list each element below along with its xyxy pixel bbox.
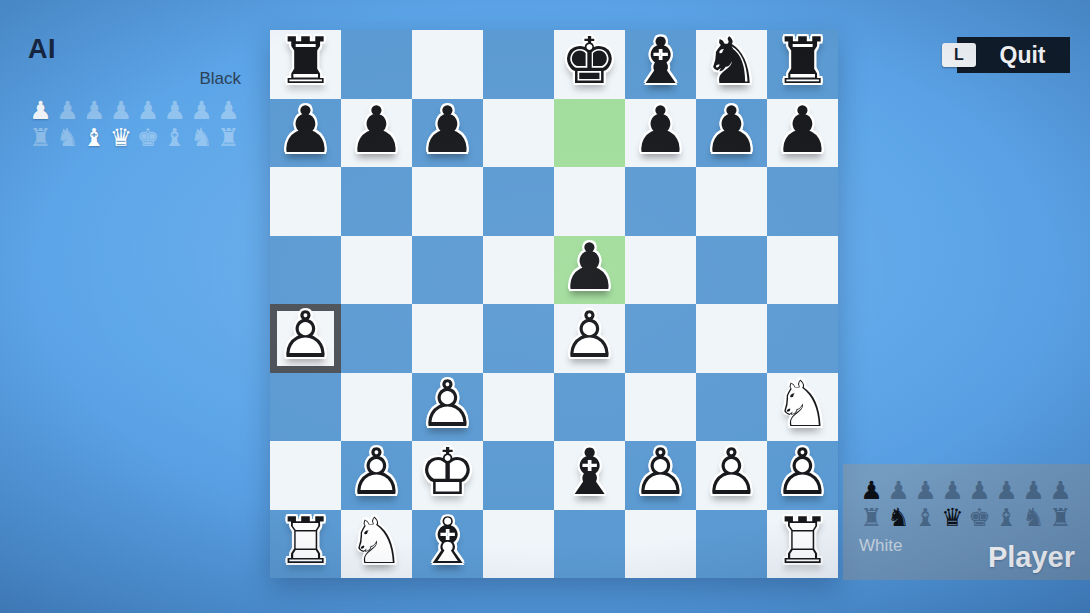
player-info-panel: ♟♟♟♟♟♟♟♟♜♞♝♛♚♝♞♜ White Player (843, 464, 1090, 580)
uncaptured-black-pawn-icon: ♟ (940, 477, 965, 504)
square-c5[interactable] (412, 236, 483, 305)
uncaptured-black-knight-icon: ♞ (1021, 504, 1046, 531)
square-b1[interactable]: ♞♘ (341, 510, 412, 579)
piece-black-pawn: ♟ (412, 99, 483, 168)
tray-row: ♜♞♝♛♚♝♞♜ (28, 124, 241, 151)
square-a5[interactable] (270, 236, 341, 305)
uncaptured-white-pawn-icon: ♟ (135, 97, 160, 124)
game-screen: AI Black ♟♟♟♟♟♟♟♟♜♞♝♛♚♝♞♜ L Quit ♜♚♝♞♜♟♟… (0, 0, 1090, 613)
square-d5[interactable] (483, 236, 554, 305)
piece-black-rook: ♜ (767, 30, 838, 99)
square-f6[interactable] (625, 167, 696, 236)
square-c3[interactable]: ♟♙ (412, 373, 483, 442)
square-b5[interactable] (341, 236, 412, 305)
square-h2[interactable]: ♟♙ (767, 441, 838, 510)
uncaptured-black-bishop-icon: ♝ (994, 504, 1019, 531)
piece-black-king: ♚ (554, 30, 625, 99)
square-f2[interactable]: ♟♙ (625, 441, 696, 510)
square-e7[interactable] (554, 99, 625, 168)
piece-white-pawn: ♟♙ (270, 304, 341, 373)
square-g3[interactable] (696, 373, 767, 442)
uncaptured-black-pawn-icon: ♟ (1021, 477, 1046, 504)
square-b6[interactable] (341, 167, 412, 236)
piece-white-rook: ♜♖ (767, 510, 838, 579)
key-hint-L-badge: L (942, 43, 976, 67)
uncaptured-black-king-icon: ♚ (967, 504, 992, 531)
quit-button-label: Quit (1000, 42, 1046, 69)
uncaptured-white-pawn-icon: ♟ (109, 97, 134, 124)
square-h1[interactable]: ♜♖ (767, 510, 838, 579)
uncaptured-black-pawn-icon: ♟ (967, 477, 992, 504)
square-d3[interactable] (483, 373, 554, 442)
piece-black-bishop: ♝ (554, 441, 625, 510)
piece-white-pawn: ♟♙ (412, 373, 483, 442)
square-a1[interactable]: ♜♖ (270, 510, 341, 579)
uncaptured-black-rook-icon: ♜ (1048, 504, 1073, 531)
square-h8[interactable]: ♜ (767, 30, 838, 99)
square-b3[interactable] (341, 373, 412, 442)
piece-black-pawn: ♟ (767, 99, 838, 168)
square-e6[interactable] (554, 167, 625, 236)
square-e3[interactable] (554, 373, 625, 442)
captured-white-pieces-tray: ♟♟♟♟♟♟♟♟♜♞♝♛♚♝♞♜ (28, 97, 241, 151)
square-e1[interactable] (554, 510, 625, 579)
square-f5[interactable] (625, 236, 696, 305)
uncaptured-white-pawn-icon: ♟ (162, 97, 187, 124)
square-c2[interactable]: ♚♔ (412, 441, 483, 510)
square-h7[interactable]: ♟ (767, 99, 838, 168)
piece-white-king: ♚♔ (412, 441, 483, 510)
uncaptured-white-bishop-icon: ♝ (162, 124, 187, 151)
square-c7[interactable]: ♟ (412, 99, 483, 168)
square-g5[interactable] (696, 236, 767, 305)
piece-white-bishop: ♝♗ (412, 510, 483, 579)
square-h5[interactable] (767, 236, 838, 305)
square-e2[interactable]: ♝ (554, 441, 625, 510)
square-g8[interactable]: ♞ (696, 30, 767, 99)
piece-white-pawn: ♟♙ (696, 441, 767, 510)
square-b8[interactable] (341, 30, 412, 99)
piece-black-pawn: ♟ (554, 236, 625, 305)
square-g1[interactable] (696, 510, 767, 579)
uncaptured-black-pawn-icon: ♟ (913, 477, 938, 504)
square-d8[interactable] (483, 30, 554, 99)
piece-black-pawn: ♟ (270, 99, 341, 168)
tray-row: ♟♟♟♟♟♟♟♟ (859, 477, 1073, 504)
captured-black-queen-icon: ♛ (940, 504, 965, 531)
piece-white-knight: ♞♘ (341, 510, 412, 579)
piece-black-pawn: ♟ (341, 99, 412, 168)
piece-white-pawn: ♟♙ (554, 304, 625, 373)
uncaptured-white-pawn-icon: ♟ (82, 97, 107, 124)
uncaptured-black-pawn-icon: ♟ (994, 477, 1019, 504)
captured-white-bishop-icon: ♝ (82, 124, 107, 151)
captured-black-pawn-icon: ♟ (859, 477, 884, 504)
square-d4[interactable] (483, 304, 554, 373)
square-f3[interactable] (625, 373, 696, 442)
uncaptured-black-pawn-icon: ♟ (1048, 477, 1073, 504)
square-a2[interactable] (270, 441, 341, 510)
square-h3[interactable]: ♞♘ (767, 373, 838, 442)
square-g6[interactable] (696, 167, 767, 236)
square-c6[interactable] (412, 167, 483, 236)
square-d6[interactable] (483, 167, 554, 236)
square-f4[interactable] (625, 304, 696, 373)
piece-white-rook: ♜♖ (270, 510, 341, 579)
uncaptured-black-pawn-icon: ♟ (886, 477, 911, 504)
piece-white-knight: ♞♘ (767, 373, 838, 442)
square-g4[interactable] (696, 304, 767, 373)
square-c8[interactable] (412, 30, 483, 99)
square-c4[interactable] (412, 304, 483, 373)
square-f1[interactable] (625, 510, 696, 579)
square-c1[interactable]: ♝♗ (412, 510, 483, 579)
square-e5[interactable]: ♟ (554, 236, 625, 305)
piece-white-pawn: ♟♙ (625, 441, 696, 510)
captured-black-pieces-tray: ♟♟♟♟♟♟♟♟♜♞♝♛♚♝♞♜ (859, 477, 1073, 531)
square-f7[interactable]: ♟ (625, 99, 696, 168)
chess-board: ♜♚♝♞♜♟♟♟♟♟♟♟♟♙♟♙♟♙♞♘♟♙♚♔♝♟♙♟♙♟♙♜♖♞♘♝♗♜♖ (270, 30, 838, 578)
tray-row: ♟♟♟♟♟♟♟♟ (28, 97, 241, 124)
piece-black-knight: ♞ (696, 30, 767, 99)
uncaptured-white-rook-icon: ♜ (216, 124, 241, 151)
square-f8[interactable]: ♝ (625, 30, 696, 99)
square-a3[interactable] (270, 373, 341, 442)
uncaptured-white-pawn-icon: ♟ (55, 97, 80, 124)
uncaptured-white-rook-icon: ♜ (28, 124, 53, 151)
square-a6[interactable] (270, 167, 341, 236)
piece-black-rook: ♜ (270, 30, 341, 99)
square-b4[interactable] (341, 304, 412, 373)
square-a8[interactable]: ♜ (270, 30, 341, 99)
square-a4[interactable]: ♟♙ (270, 304, 341, 373)
captured-white-queen-icon: ♛ (109, 124, 134, 151)
uncaptured-white-pawn-icon: ♟ (216, 97, 241, 124)
square-d1[interactable] (483, 510, 554, 579)
square-g2[interactable]: ♟♙ (696, 441, 767, 510)
uncaptured-white-king-icon: ♚ (135, 124, 160, 151)
piece-black-pawn: ♟ (696, 99, 767, 168)
square-e4[interactable]: ♟♙ (554, 304, 625, 373)
uncaptured-white-pawn-icon: ♟ (189, 97, 214, 124)
square-d2[interactable] (483, 441, 554, 510)
square-g7[interactable]: ♟ (696, 99, 767, 168)
square-a7[interactable]: ♟ (270, 99, 341, 168)
tray-row: ♜♞♝♛♚♝♞♜ (859, 504, 1073, 531)
piece-white-pawn: ♟♙ (767, 441, 838, 510)
opponent-info-panel: AI Black ♟♟♟♟♟♟♟♟♜♞♝♛♚♝♞♜ (28, 34, 241, 151)
square-d7[interactable] (483, 99, 554, 168)
square-h6[interactable] (767, 167, 838, 236)
captured-white-pawn-icon: ♟ (28, 97, 53, 124)
square-b2[interactable]: ♟♙ (341, 441, 412, 510)
square-h4[interactable] (767, 304, 838, 373)
opponent-side-label: Black (28, 69, 241, 89)
uncaptured-black-rook-icon: ♜ (859, 504, 884, 531)
piece-white-pawn: ♟♙ (341, 441, 412, 510)
piece-black-pawn: ♟ (625, 99, 696, 168)
player-name: Player (988, 541, 1075, 574)
square-b7[interactable]: ♟ (341, 99, 412, 168)
uncaptured-black-bishop-icon: ♝ (913, 504, 938, 531)
captured-black-knight-icon: ♞ (886, 504, 911, 531)
uncaptured-white-knight-icon: ♞ (55, 124, 80, 151)
square-e8[interactable]: ♚ (554, 30, 625, 99)
opponent-name: AI (28, 34, 241, 65)
piece-black-bishop: ♝ (625, 30, 696, 99)
uncaptured-white-knight-icon: ♞ (189, 124, 214, 151)
quit-button[interactable]: L Quit (957, 37, 1070, 73)
